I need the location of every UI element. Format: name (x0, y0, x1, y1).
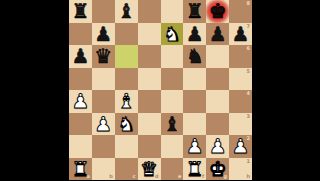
black-bishop[interactable]: ♝ (117, 1, 135, 21)
square-b7[interactable]: ♟ (92, 23, 115, 46)
black-queen[interactable]: ♛ (94, 46, 112, 66)
square-f3[interactable] (183, 113, 206, 136)
square-d2[interactable] (138, 135, 161, 158)
square-g5[interactable] (206, 68, 229, 91)
white-pawn[interactable]: ♟ (186, 136, 204, 156)
square-c4[interactable]: ♝ (115, 90, 138, 113)
square-b5[interactable] (92, 68, 115, 91)
square-e7[interactable]: ♞ (161, 23, 184, 46)
rank-label-1: 1 (247, 159, 250, 164)
square-h4[interactable]: 4 (229, 90, 252, 113)
letterbox-left (0, 0, 69, 180)
square-c7[interactable] (115, 23, 138, 46)
square-c1[interactable]: c (115, 158, 138, 181)
square-b4[interactable] (92, 90, 115, 113)
white-pawn[interactable]: ♟ (71, 91, 89, 111)
rank-label-6: 6 (247, 46, 250, 51)
square-b8[interactable] (92, 0, 115, 23)
square-e1[interactable]: e (161, 158, 184, 181)
square-a6[interactable]: ♟ (69, 45, 92, 68)
square-b2[interactable] (92, 135, 115, 158)
square-a3[interactable] (69, 113, 92, 136)
white-knight[interactable]: ♞ (163, 24, 181, 44)
square-h2[interactable]: 2♟ (229, 135, 252, 158)
square-c8[interactable]: ♝ (115, 0, 138, 23)
black-king[interactable]: ♚ (209, 1, 227, 21)
square-e5[interactable] (161, 68, 184, 91)
square-g1[interactable]: g♚ (206, 158, 229, 181)
white-pawn[interactable]: ♟ (209, 136, 227, 156)
white-bishop[interactable]: ♝ (117, 91, 135, 111)
square-f8[interactable]: ♜ (183, 0, 206, 23)
square-d3[interactable] (138, 113, 161, 136)
white-queen[interactable]: ♛ (140, 159, 158, 179)
rank-label-5: 5 (247, 69, 250, 74)
square-e6[interactable] (161, 45, 184, 68)
square-f2[interactable]: ♟ (183, 135, 206, 158)
square-c6[interactable] (115, 45, 138, 68)
square-a7[interactable] (69, 23, 92, 46)
black-pawn[interactable]: ♟ (186, 24, 204, 44)
white-rook[interactable]: ♜ (71, 159, 89, 179)
square-f1[interactable]: f♜ (183, 158, 206, 181)
file-label-c: c (133, 174, 136, 179)
letterbox-right (252, 0, 320, 180)
square-d4[interactable] (138, 90, 161, 113)
file-label-e: e (178, 174, 181, 179)
black-knight[interactable]: ♞ (186, 46, 204, 66)
black-rook[interactable]: ♜ (186, 1, 204, 21)
square-a4[interactable]: ♟ (69, 90, 92, 113)
chess-board: ♜♝♜♚8♟♞♟♟7♟♟♛♞65♟♝4♟♞♝3♟♟2♟a♜bcd♛ef♜g♚1h (69, 0, 252, 180)
square-f4[interactable] (183, 90, 206, 113)
black-rook[interactable]: ♜ (71, 1, 89, 21)
square-d1[interactable]: d♛ (138, 158, 161, 181)
white-pawn[interactable]: ♟ (94, 114, 112, 134)
square-e3[interactable]: ♝ (161, 113, 184, 136)
square-g2[interactable]: ♟ (206, 135, 229, 158)
square-f5[interactable] (183, 68, 206, 91)
square-h5[interactable]: 5 (229, 68, 252, 91)
square-g6[interactable] (206, 45, 229, 68)
square-h7[interactable]: 7♟ (229, 23, 252, 46)
square-f6[interactable]: ♞ (183, 45, 206, 68)
square-g7[interactable]: ♟ (206, 23, 229, 46)
file-label-b: b (109, 174, 113, 179)
square-b3[interactable]: ♟ (92, 113, 115, 136)
square-d5[interactable] (138, 68, 161, 91)
square-c3[interactable]: ♞ (115, 113, 138, 136)
square-d6[interactable] (138, 45, 161, 68)
square-a2[interactable] (69, 135, 92, 158)
black-bishop[interactable]: ♝ (163, 114, 181, 134)
square-h6[interactable]: 6 (229, 45, 252, 68)
square-c2[interactable] (115, 135, 138, 158)
square-f7[interactable]: ♟ (183, 23, 206, 46)
black-pawn[interactable]: ♟ (209, 24, 227, 44)
square-h8[interactable]: 8 (229, 0, 252, 23)
square-a5[interactable] (69, 68, 92, 91)
square-a8[interactable]: ♜ (69, 0, 92, 23)
file-label-h: h (246, 174, 250, 179)
square-b6[interactable]: ♛ (92, 45, 115, 68)
square-e2[interactable] (161, 135, 184, 158)
black-pawn[interactable]: ♟ (232, 24, 250, 44)
square-b1[interactable]: b (92, 158, 115, 181)
square-g8[interactable]: ♚ (206, 0, 229, 23)
square-h1[interactable]: 1h (229, 158, 252, 181)
square-d7[interactable] (138, 23, 161, 46)
white-rook[interactable]: ♜ (186, 159, 204, 179)
rank-label-8: 8 (247, 1, 250, 6)
white-knight[interactable]: ♞ (117, 114, 135, 134)
square-a1[interactable]: a♜ (69, 158, 92, 181)
square-c5[interactable] (115, 68, 138, 91)
white-king[interactable]: ♚ (209, 159, 227, 179)
square-h3[interactable]: 3 (229, 113, 252, 136)
white-pawn[interactable]: ♟ (232, 136, 250, 156)
square-g4[interactable] (206, 90, 229, 113)
chess-app-viewport: ♜♝♜♚8♟♞♟♟7♟♟♛♞65♟♝4♟♞♝3♟♟2♟a♜bcd♛ef♜g♚1h (0, 0, 320, 180)
square-e4[interactable] (161, 90, 184, 113)
rank-label-4: 4 (247, 91, 250, 96)
black-pawn[interactable]: ♟ (94, 24, 112, 44)
square-g3[interactable] (206, 113, 229, 136)
square-e8[interactable] (161, 0, 184, 23)
black-pawn[interactable]: ♟ (71, 46, 89, 66)
rank-label-3: 3 (247, 114, 250, 119)
square-d8[interactable] (138, 0, 161, 23)
